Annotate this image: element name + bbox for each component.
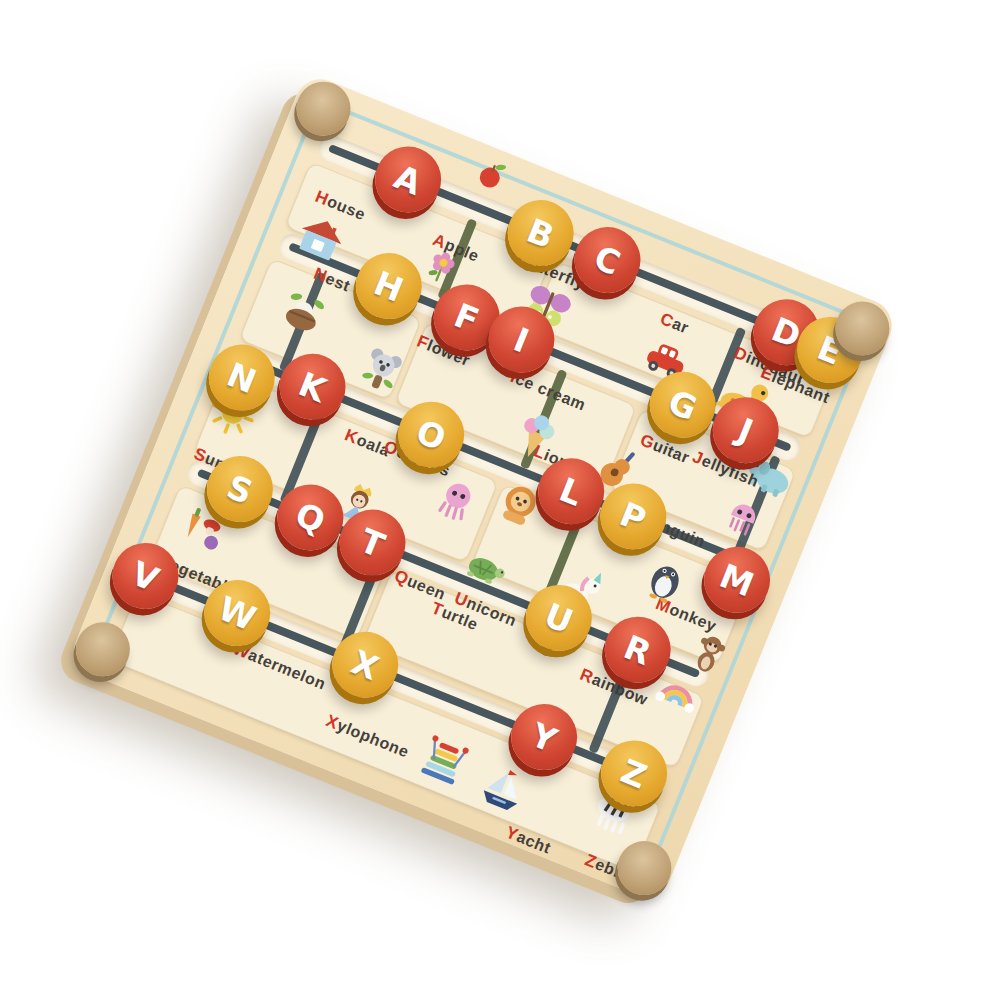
disc-letter: Q — [290, 494, 331, 541]
alphabet-maze-board: AppleAButterflyBCarCDinosaurDElephantEFl… — [66, 71, 899, 904]
disc-letter: C — [589, 237, 626, 282]
disc-letter: W — [213, 588, 261, 638]
corner-peg-top-left — [288, 73, 358, 143]
disc-letter: B — [522, 210, 560, 256]
disc-letter: F — [449, 295, 485, 340]
disc-letter: P — [615, 494, 652, 539]
disc-letter: U — [539, 595, 578, 641]
disc-letter: K — [293, 364, 331, 410]
disc-letter: J — [733, 410, 759, 451]
disc-letter: N — [222, 354, 262, 401]
disc-letter: X — [346, 642, 384, 688]
disc-letter: S — [222, 466, 259, 511]
disc-letter: V — [126, 553, 164, 599]
photo-background: AppleAButterflyBCarCDinosaurDElephantEFl… — [0, 0, 1000, 1000]
disc-letter: I — [508, 319, 534, 360]
disc-letter: Z — [616, 751, 653, 796]
disc-letter: H — [369, 263, 409, 310]
disc-letter: M — [715, 556, 760, 604]
disc-letter: L — [554, 469, 588, 513]
disc-letter: R — [619, 627, 657, 673]
disc-letter: Y — [526, 714, 563, 759]
disc-letter: G — [663, 382, 703, 428]
disc-letter: O — [411, 411, 452, 458]
disc-letter: A — [389, 157, 427, 203]
disc-letter: T — [355, 520, 390, 565]
apple-icon — [468, 151, 515, 198]
